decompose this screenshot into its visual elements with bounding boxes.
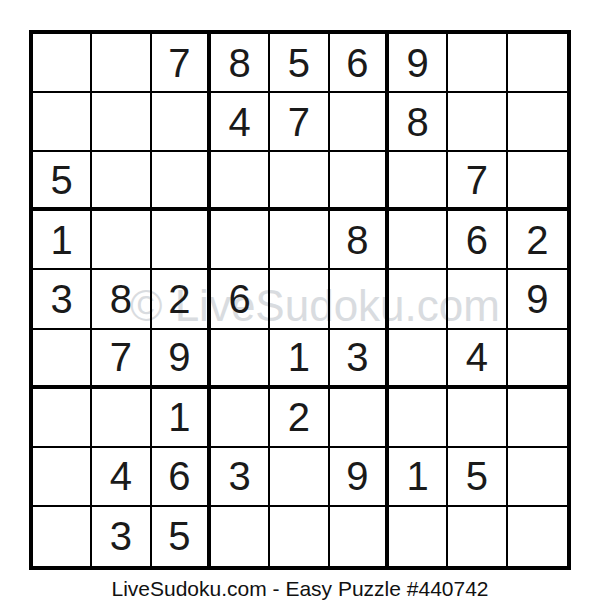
sudoku-cell-r1c5: 5 [270, 34, 329, 93]
sudoku-cell-r2c2 [92, 93, 151, 152]
sudoku-cell-r2c4: 4 [211, 93, 270, 152]
sudoku-cell-r7c6 [330, 389, 389, 448]
sudoku-cell-r1c9 [508, 34, 567, 93]
sudoku-cell-r7c4 [211, 389, 270, 448]
sudoku-cell-r5c6 [330, 270, 389, 329]
sudoku-cell-r4c5 [270, 211, 329, 270]
sudoku-cell-r6c5: 1 [270, 330, 329, 389]
sudoku-cell-r5c1: 3 [33, 270, 92, 329]
sudoku-cell-r8c9 [508, 448, 567, 507]
sudoku-cell-r4c3 [152, 211, 211, 270]
sudoku-cell-r8c5 [270, 448, 329, 507]
sudoku-cell-r6c4 [211, 330, 270, 389]
sudoku-cell-r1c6: 6 [330, 34, 389, 93]
sudoku-cell-r3c8: 7 [448, 152, 507, 211]
sudoku-cell-r2c6 [330, 93, 389, 152]
sudoku-cell-r8c8: 5 [448, 448, 507, 507]
sudoku-cell-r5c4: 6 [211, 270, 270, 329]
sudoku-cell-r2c8 [448, 93, 507, 152]
sudoku-cell-r1c3: 7 [152, 34, 211, 93]
sudoku-cell-r2c3 [152, 93, 211, 152]
sudoku-cell-r7c1 [33, 389, 92, 448]
puzzle-caption: LiveSudoku.com - Easy Puzzle #440742 [0, 577, 600, 601]
sudoku-cell-r6c8: 4 [448, 330, 507, 389]
sudoku-cell-r6c3: 9 [152, 330, 211, 389]
sudoku-cell-r8c4: 3 [211, 448, 270, 507]
sudoku-cell-r2c9 [508, 93, 567, 152]
sudoku-cell-r4c7 [389, 211, 448, 270]
sudoku-cell-r3c5 [270, 152, 329, 211]
sudoku-cell-r6c1 [33, 330, 92, 389]
sudoku-cell-r8c7: 1 [389, 448, 448, 507]
sudoku-cell-r9c4 [211, 507, 270, 566]
sudoku-cell-r8c6: 9 [330, 448, 389, 507]
sudoku-cell-r7c8 [448, 389, 507, 448]
sudoku-cell-r9c6 [330, 507, 389, 566]
sudoku-cell-r7c9 [508, 389, 567, 448]
sudoku-cell-r8c3: 6 [152, 448, 211, 507]
sudoku-cell-r4c9: 2 [508, 211, 567, 270]
sudoku-cell-r2c7: 8 [389, 93, 448, 152]
sudoku-cell-r4c2 [92, 211, 151, 270]
sudoku-cell-r3c6 [330, 152, 389, 211]
sudoku-cell-r6c7 [389, 330, 448, 389]
sudoku-cell-r4c8: 6 [448, 211, 507, 270]
sudoku-cell-r3c4 [211, 152, 270, 211]
sudoku-cell-r8c1 [33, 448, 92, 507]
sudoku-cell-r9c1 [33, 507, 92, 566]
sudoku-cell-r9c8 [448, 507, 507, 566]
sudoku-cell-r1c4: 8 [211, 34, 270, 93]
sudoku-cell-r7c2 [92, 389, 151, 448]
sudoku-cell-r4c1: 1 [33, 211, 92, 270]
sudoku-cell-r4c4 [211, 211, 270, 270]
sudoku-cell-r5c5 [270, 270, 329, 329]
sudoku-cell-r5c2: 8 [92, 270, 151, 329]
sudoku-cell-r6c2: 7 [92, 330, 151, 389]
sudoku-cell-r5c3: 2 [152, 270, 211, 329]
sudoku-cell-r3c2 [92, 152, 151, 211]
sudoku-cell-r1c1 [33, 34, 92, 93]
sudoku-cell-r1c7: 9 [389, 34, 448, 93]
sudoku-board: © LiveSudoku.com 78569478571862382697913… [29, 30, 571, 570]
sudoku-cell-r3c7 [389, 152, 448, 211]
sudoku-cell-r4c6: 8 [330, 211, 389, 270]
sudoku-cell-r3c3 [152, 152, 211, 211]
sudoku-cell-r3c1: 5 [33, 152, 92, 211]
sudoku-cell-r7c3: 1 [152, 389, 211, 448]
sudoku-cell-r6c6: 3 [330, 330, 389, 389]
sudoku-cell-r9c5 [270, 507, 329, 566]
sudoku-cell-r1c2 [92, 34, 151, 93]
page: { "game": "sudoku", "position": "..78569… [0, 0, 600, 615]
sudoku-cell-r5c9: 9 [508, 270, 567, 329]
sudoku-cell-r8c2: 4 [92, 448, 151, 507]
sudoku-cell-r2c1 [33, 93, 92, 152]
sudoku-cell-r6c9 [508, 330, 567, 389]
sudoku-cell-r3c9 [508, 152, 567, 211]
sudoku-cell-r5c7 [389, 270, 448, 329]
sudoku-cell-r9c9 [508, 507, 567, 566]
sudoku-cell-r1c8 [448, 34, 507, 93]
sudoku-cell-r5c8 [448, 270, 507, 329]
sudoku-cell-r9c3: 5 [152, 507, 211, 566]
sudoku-cell-r9c7 [389, 507, 448, 566]
sudoku-cell-r7c7 [389, 389, 448, 448]
sudoku-cell-r2c5: 7 [270, 93, 329, 152]
sudoku-cell-r9c2: 3 [92, 507, 151, 566]
sudoku-cell-r7c5: 2 [270, 389, 329, 448]
